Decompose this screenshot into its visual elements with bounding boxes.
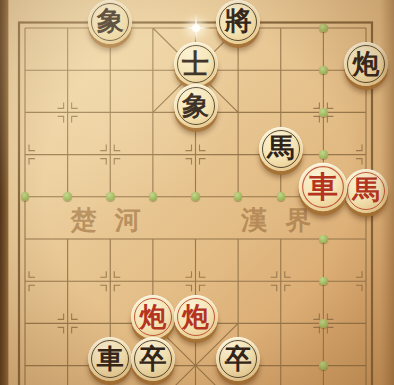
move-hint-dot[interactable] <box>277 192 286 201</box>
piece-black-horse[interactable]: 馬 <box>259 127 303 171</box>
xiangqi-board[interactable]: 楚河 漢界 象 將 士 炮 象 馬 車 馬 炮 炮 車 卒 卒 <box>0 0 394 385</box>
board-left-edge <box>0 0 9 385</box>
move-hint-dot[interactable] <box>319 319 328 328</box>
move-hint-dot[interactable] <box>319 24 328 33</box>
piece-ring <box>219 340 257 378</box>
piece-red-cannon[interactable]: 炮 <box>131 295 175 339</box>
piece-black-elephant[interactable]: 象 <box>174 84 218 128</box>
move-hint-dot[interactable] <box>21 192 30 201</box>
piece-red-chariot[interactable]: 車 <box>299 163 347 211</box>
piece-ring <box>91 3 129 41</box>
move-hint-dot[interactable] <box>149 192 158 201</box>
piece-black-chariot[interactable]: 車 <box>88 337 132 381</box>
piece-black-advisor[interactable]: 士 <box>174 42 218 86</box>
piece-ring <box>91 340 129 378</box>
piece-ring <box>219 3 257 41</box>
piece-layer[interactable]: 象 將 士 炮 象 馬 車 馬 炮 炮 車 卒 卒 <box>4 7 388 385</box>
piece-red-cannon[interactable]: 炮 <box>174 295 218 339</box>
piece-black-elephant[interactable]: 象 <box>88 0 132 44</box>
piece-black-soldier[interactable]: 卒 <box>131 337 175 381</box>
move-hint-dot[interactable] <box>319 277 328 286</box>
move-hint-dot[interactable] <box>319 150 328 159</box>
move-hint-dot[interactable] <box>191 192 200 201</box>
piece-ring <box>262 130 300 168</box>
piece-ring <box>177 298 215 336</box>
move-hint-dot[interactable] <box>319 66 328 75</box>
piece-ring <box>134 340 172 378</box>
piece-ring <box>302 166 344 208</box>
piece-black-soldier[interactable]: 卒 <box>216 337 260 381</box>
move-hint-dot[interactable] <box>319 361 328 370</box>
piece-ring <box>177 45 215 83</box>
board-right-edge <box>380 0 394 385</box>
move-hint-dot[interactable] <box>319 235 328 244</box>
move-hint-dot[interactable] <box>234 192 243 201</box>
move-hint-dot[interactable] <box>63 192 72 201</box>
piece-black-general[interactable]: 將 <box>216 0 260 44</box>
move-hint-dot[interactable] <box>319 108 328 117</box>
piece-ring <box>177 87 215 125</box>
piece-ring <box>134 298 172 336</box>
move-hint-dot[interactable] <box>106 192 115 201</box>
